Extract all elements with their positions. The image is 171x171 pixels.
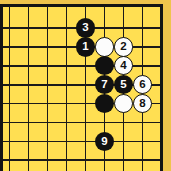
move-number: 6 [139,78,145,90]
grid-line-vertical [9,6,11,171]
white-stone[interactable] [95,37,114,56]
grid-line-vertical [28,6,30,171]
move-number: 7 [101,78,107,90]
grid-line-horizontal [3,159,161,161]
grid-line-vertical [66,6,68,171]
board-edge-top [0,4,163,7]
black-stone[interactable]: 9 [95,132,114,151]
grid-line-vertical [47,6,49,171]
board-frame-left [0,4,3,171]
move-number: 8 [139,97,145,109]
grid-line-horizontal [3,65,161,67]
move-number: 1 [82,41,88,53]
move-number: 9 [101,135,107,147]
black-stone[interactable]: 3 [76,18,95,37]
move-number: 2 [120,41,126,53]
grid-line-horizontal [3,122,161,124]
move-number: 4 [120,60,126,72]
move-number: 3 [82,22,88,34]
black-stone[interactable]: 1 [76,37,95,56]
grid-line-horizontal [3,141,161,143]
go-diagram: 312475689 [0,0,171,171]
board-edge-right [160,4,163,171]
white-stone[interactable]: 2 [114,37,133,56]
move-number: 5 [120,78,126,90]
